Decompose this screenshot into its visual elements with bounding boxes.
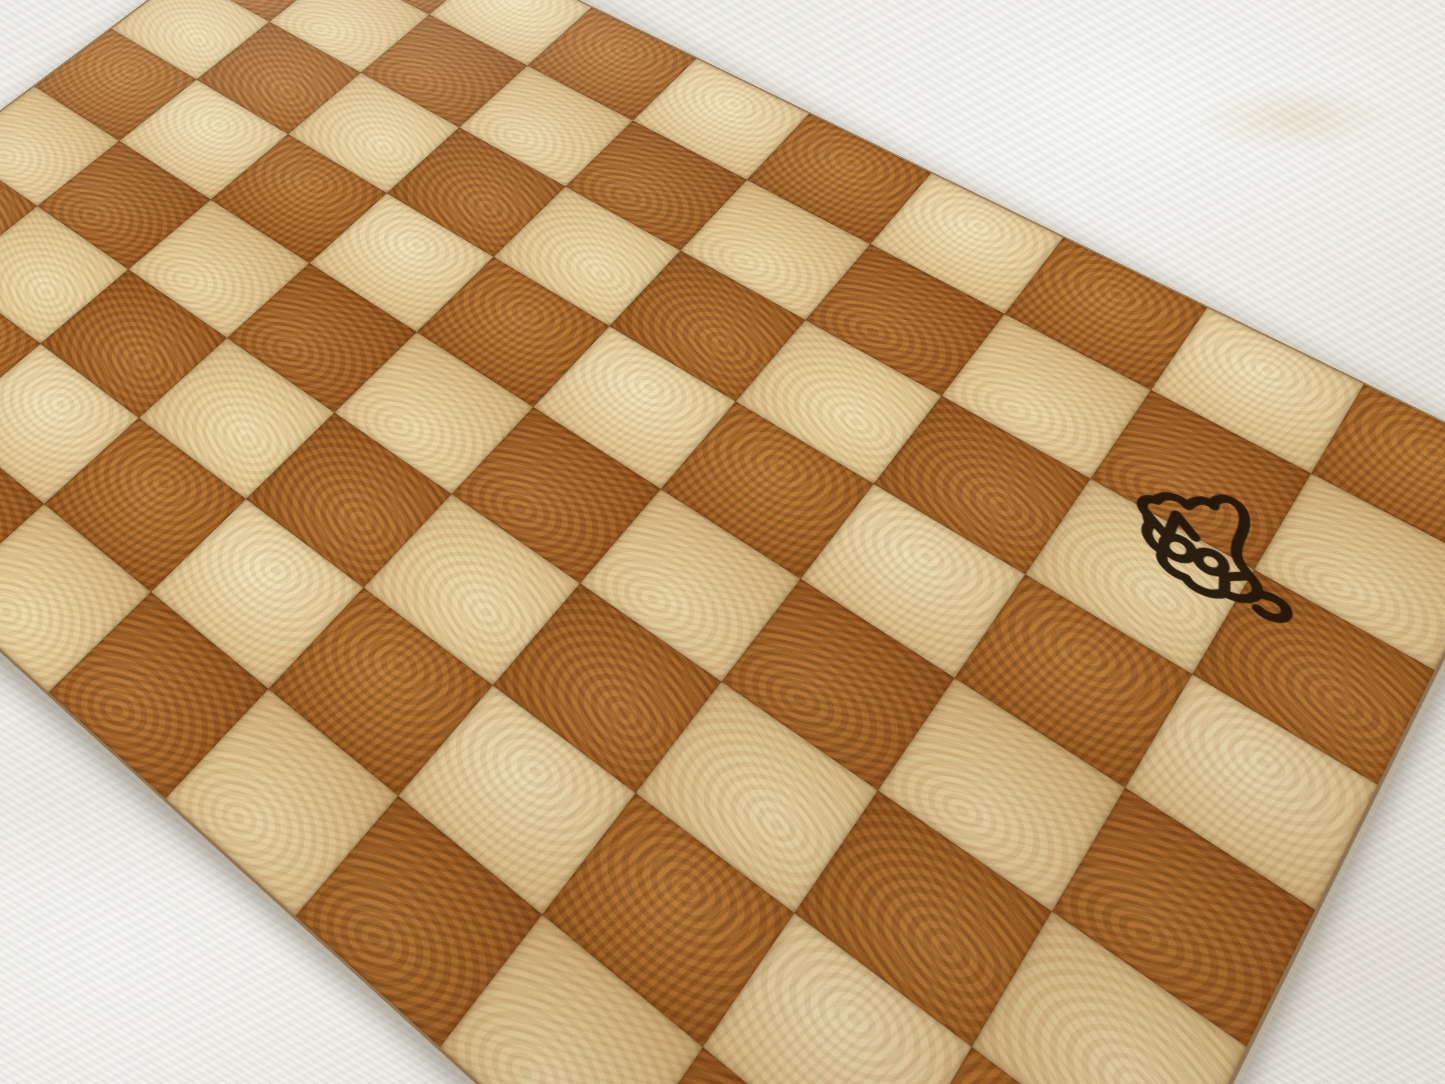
cutting-board <box>0 0 1445 1084</box>
board-shadow <box>0 0 1445 1084</box>
photo-scene <box>0 0 1445 1084</box>
